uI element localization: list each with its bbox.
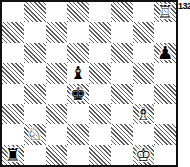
- square-g7[interactable]: [133, 22, 155, 42]
- square-a5[interactable]: [2, 63, 24, 83]
- square-e7[interactable]: [89, 22, 111, 42]
- chess-diagram: ♖♟♝♚♗♘♜♔ 132: [0, 0, 190, 167]
- square-e3[interactable]: [89, 104, 111, 124]
- square-a7[interactable]: [2, 22, 24, 42]
- square-b1[interactable]: [24, 145, 46, 165]
- white-rook[interactable]: ♖: [157, 3, 173, 21]
- black-king[interactable]: ♚: [70, 85, 86, 103]
- square-h1[interactable]: [154, 145, 176, 165]
- square-f7[interactable]: [111, 22, 133, 42]
- black-bishop[interactable]: ♝: [70, 64, 86, 82]
- square-a3[interactable]: [2, 104, 24, 124]
- square-a1[interactable]: ♜: [2, 145, 24, 165]
- black-rook[interactable]: ♜: [5, 146, 21, 164]
- square-c3[interactable]: [46, 104, 68, 124]
- square-e2[interactable]: [89, 124, 111, 144]
- square-d6[interactable]: [67, 43, 89, 63]
- square-f5[interactable]: [111, 63, 133, 83]
- square-g3[interactable]: ♗: [133, 104, 155, 124]
- square-a8[interactable]: [2, 2, 24, 22]
- chess-board: ♖♟♝♚♗♘♜♔: [0, 0, 178, 167]
- square-d1[interactable]: [67, 145, 89, 165]
- square-h7[interactable]: [154, 22, 176, 42]
- square-d3[interactable]: [67, 104, 89, 124]
- square-b4[interactable]: [24, 84, 46, 104]
- square-f2[interactable]: [111, 124, 133, 144]
- square-f1[interactable]: [111, 145, 133, 165]
- square-h8[interactable]: ♖: [154, 2, 176, 22]
- square-e8[interactable]: [89, 2, 111, 22]
- square-e5[interactable]: [89, 63, 111, 83]
- diagram-number: 132: [178, 1, 190, 11]
- white-king[interactable]: ♔: [135, 146, 151, 164]
- square-g2[interactable]: [133, 124, 155, 144]
- square-d5[interactable]: ♝: [67, 63, 89, 83]
- square-e1[interactable]: [89, 145, 111, 165]
- square-g1[interactable]: ♔: [133, 145, 155, 165]
- square-h2[interactable]: [154, 124, 176, 144]
- square-b8[interactable]: [24, 2, 46, 22]
- square-b5[interactable]: [24, 63, 46, 83]
- white-bishop[interactable]: ♗: [135, 105, 151, 123]
- square-g4[interactable]: [133, 84, 155, 104]
- square-b2[interactable]: ♘: [24, 124, 46, 144]
- square-e6[interactable]: [89, 43, 111, 63]
- square-b7[interactable]: [24, 22, 46, 42]
- black-pawn[interactable]: ♟: [157, 44, 173, 62]
- square-a4[interactable]: [2, 84, 24, 104]
- square-c2[interactable]: [46, 124, 68, 144]
- square-g6[interactable]: [133, 43, 155, 63]
- square-g8[interactable]: [133, 2, 155, 22]
- square-b3[interactable]: [24, 104, 46, 124]
- square-f4[interactable]: [111, 84, 133, 104]
- square-d2[interactable]: [67, 124, 89, 144]
- square-c1[interactable]: [46, 145, 68, 165]
- square-c6[interactable]: [46, 43, 68, 63]
- square-a6[interactable]: [2, 43, 24, 63]
- square-b6[interactable]: [24, 43, 46, 63]
- square-h3[interactable]: [154, 104, 176, 124]
- square-c4[interactable]: [46, 84, 68, 104]
- white-knight[interactable]: ♘: [27, 125, 43, 143]
- square-c8[interactable]: [46, 2, 68, 22]
- square-h6[interactable]: ♟: [154, 43, 176, 63]
- square-c5[interactable]: [46, 63, 68, 83]
- square-f8[interactable]: [111, 2, 133, 22]
- square-g5[interactable]: [133, 63, 155, 83]
- square-e4[interactable]: [89, 84, 111, 104]
- square-d8[interactable]: [67, 2, 89, 22]
- square-f3[interactable]: [111, 104, 133, 124]
- square-a2[interactable]: [2, 124, 24, 144]
- square-h4[interactable]: [154, 84, 176, 104]
- square-f6[interactable]: [111, 43, 133, 63]
- square-c7[interactable]: [46, 22, 68, 42]
- square-d7[interactable]: [67, 22, 89, 42]
- square-h5[interactable]: [154, 63, 176, 83]
- square-d4[interactable]: ♚: [67, 84, 89, 104]
